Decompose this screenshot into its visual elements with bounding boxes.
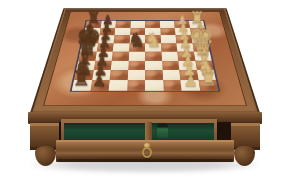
square: ♟ <box>100 21 116 28</box>
drawer-front-shadow <box>58 159 232 163</box>
black-pawn-piece: ♟ <box>102 14 114 27</box>
square: ♞ <box>197 70 216 80</box>
square <box>160 28 176 36</box>
square: ♟ <box>176 43 193 51</box>
square: ♟ <box>96 43 113 51</box>
square <box>113 43 130 51</box>
square <box>162 70 180 80</box>
square: ♜ <box>85 21 101 28</box>
square: ♟ <box>177 52 195 61</box>
square: ♝ <box>76 61 95 70</box>
square <box>110 70 128 80</box>
square: ♛ <box>78 52 96 61</box>
burl-border: ♜♟♟♜♟♟♝♟♟♝♚♟♞♞♟♚♛♟♟♛♝♟♟♝♞♟♟♞♜♟♟♜ <box>43 12 247 106</box>
square <box>130 21 145 28</box>
square: ♜ <box>198 80 218 91</box>
drawer-divider <box>145 122 152 140</box>
square <box>145 70 163 80</box>
square <box>162 61 180 70</box>
square <box>128 52 145 61</box>
drawer-felt-lining <box>64 123 214 140</box>
white-pawn-piece: ♟ <box>176 14 188 27</box>
square: ♟ <box>178 61 196 70</box>
square <box>145 28 160 36</box>
square: ♝ <box>82 35 99 43</box>
square <box>145 80 163 91</box>
square <box>130 28 145 36</box>
board-top: ♜♟♟♜♟♟♝♟♟♝♚♟♞♞♟♚♛♟♟♛♝♟♟♝♞♟♟♞♜♟♟♜ <box>30 8 260 113</box>
square <box>111 61 129 70</box>
square: ♚ <box>192 43 210 51</box>
square: ♚ <box>80 43 98 51</box>
square <box>84 28 101 36</box>
square <box>115 21 130 28</box>
square <box>108 80 127 91</box>
square: ♟ <box>179 70 198 80</box>
black-rook-piece: ♜ <box>86 10 101 27</box>
square <box>145 35 161 43</box>
square: ♟ <box>176 35 193 43</box>
square: ♛ <box>194 52 212 61</box>
square <box>127 70 145 80</box>
square: ♝ <box>191 35 208 43</box>
square: ♟ <box>92 70 111 80</box>
square: ♟ <box>174 21 190 28</box>
square <box>161 52 178 61</box>
square <box>145 52 162 61</box>
walnut-frame: ♜♟♟♜♟♟♝♟♟♝♚♟♞♞♟♚♛♟♟♛♝♟♟♝♞♟♟♞♜♟♟♜ <box>30 8 260 113</box>
square <box>127 80 145 91</box>
square: ♟ <box>99 28 115 36</box>
white-rook-piece: ♜ <box>189 10 204 27</box>
square <box>145 21 160 28</box>
square <box>145 61 162 70</box>
square <box>160 21 175 28</box>
felt-cylinder-in-drawer <box>157 123 168 138</box>
black-pawn-piece: ♟ <box>94 63 108 78</box>
product-photo-chess-cabinet: ♜♟♟♜♟♟♝♟♟♝♚♟♞♞♟♚♛♟♟♛♝♟♟♝♞♟♟♞♜♟♟♜ <box>0 0 290 178</box>
white-pawn-piece: ♟ <box>182 63 196 78</box>
black-pawn-piece: ♟ <box>92 73 106 89</box>
square <box>128 61 145 70</box>
square <box>112 52 129 61</box>
square: ♞ <box>74 70 93 80</box>
square: ♝ <box>195 61 214 70</box>
square: ♜ <box>72 80 92 91</box>
square: ♟ <box>93 61 111 70</box>
square: ♟ <box>180 80 199 91</box>
square: ♟ <box>175 28 191 36</box>
square: ♜ <box>189 21 205 28</box>
square: ♟ <box>90 80 109 91</box>
chess-board: ♜♟♟♜♟♟♝♟♟♝♚♟♞♞♟♚♛♟♟♛♝♟♟♝♞♟♟♞♜♟♟♜ <box>70 20 221 92</box>
open-drawer <box>61 119 217 140</box>
square: ♞ <box>129 43 145 51</box>
square <box>190 28 207 36</box>
square: ♟ <box>98 35 115 43</box>
square <box>160 35 176 43</box>
square <box>161 43 178 51</box>
white-pawn-piece: ♟ <box>183 73 197 89</box>
square <box>129 35 145 43</box>
square: ♟ <box>95 52 113 61</box>
square <box>114 28 130 36</box>
square <box>163 80 182 91</box>
square: ♞ <box>145 43 161 51</box>
square <box>114 35 130 43</box>
